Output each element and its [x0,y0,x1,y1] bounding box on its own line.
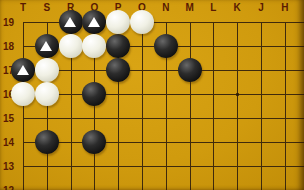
triangle-marker [64,17,76,27]
black-stone-N18[interactable] [154,34,178,58]
star-point-K16 [236,93,239,96]
black-stone-R19[interactable] [59,10,83,34]
black-stone-M17[interactable] [178,58,202,82]
go-board-screenshot: TSRQPONMLKJH1918171615141312 [0,0,304,190]
triangle-marker [40,41,52,51]
black-stone-Q19[interactable] [82,10,106,34]
white-stone-P19[interactable] [106,10,130,34]
white-stone-S16[interactable] [35,82,59,106]
triangle-marker [88,17,100,27]
black-stone-S14[interactable] [35,130,59,154]
white-stone-Q18[interactable] [82,34,106,58]
white-stone-T16[interactable] [11,82,35,106]
black-stone-S18[interactable] [35,34,59,58]
black-stone-P18[interactable] [106,34,130,58]
black-stone-Q14[interactable] [82,130,106,154]
black-stone-Q16[interactable] [82,82,106,106]
white-stone-S17[interactable] [35,58,59,82]
white-stone-R18[interactable] [59,34,83,58]
black-stone-T17[interactable] [11,58,35,82]
triangle-marker [17,65,29,75]
white-stone-O19[interactable] [130,10,154,34]
stones-grid [11,10,297,190]
black-stone-P17[interactable] [106,58,130,82]
